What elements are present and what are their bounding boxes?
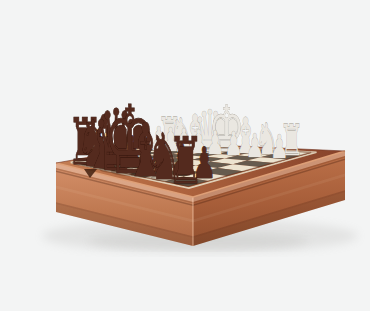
piece-white-pawn: ♟ bbox=[270, 128, 288, 165]
piece-black-rook: ♜ bbox=[168, 123, 204, 199]
product-screenshot: ♜♞♝♟♛♟♚♟♝♟♞♟♜♟♟♟♟♟♜♟♞♟♝♟♛♟♚♟♝♟♞♜ bbox=[0, 0, 370, 311]
chess-set-figure: ♜♞♝♟♛♟♚♟♝♟♞♟♜♟♟♟♟♟♜♟♞♟♝♟♛♟♚♟♝♟♞♜ bbox=[0, 0, 370, 311]
piece-white-pawn: ♟ bbox=[225, 125, 243, 162]
chess-scene-svg: ♜♞♝♟♛♟♚♟♝♟♞♟♜♟♟♟♟♟♜♟♞♟♝♟♛♟♚♟♝♟♞♜ bbox=[0, 0, 370, 311]
piece-white-pawn: ♟ bbox=[246, 127, 264, 164]
